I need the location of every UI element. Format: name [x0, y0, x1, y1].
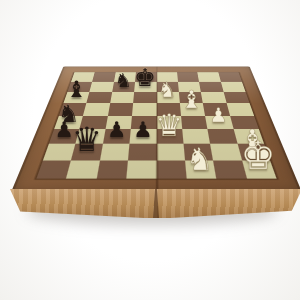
pieces-layer: ♞♚♝♞♟♟♟♛♞♝♟♛♝♞♚	[0, 0, 300, 300]
piece-white-pawn-g4[interactable]: ♟	[209, 106, 227, 126]
piece-white-queen-e3[interactable]: ♛	[155, 110, 183, 141]
piece-black-queen-b2[interactable]: ♛	[72, 124, 102, 158]
piece-black-pawn-c3[interactable]: ♟	[107, 119, 126, 141]
piece-white-knight-f1[interactable]: ♞	[186, 144, 214, 175]
piece-black-knight-c7[interactable]: ♞	[115, 71, 132, 90]
piece-white-knight-e6[interactable]: ♞	[158, 80, 177, 101]
product-photo: ♞♚♝♞♟♟♟♛♞♝♟♛♝♞♚	[0, 0, 300, 300]
piece-black-king-d7[interactable]: ♚	[134, 66, 156, 90]
piece-white-bishop-f5[interactable]: ♝	[181, 88, 203, 113]
piece-white-king-h1[interactable]: ♚	[241, 136, 276, 175]
piece-black-pawn-d3[interactable]: ♟	[133, 119, 152, 141]
piece-black-bishop-a6[interactable]: ♝	[66, 78, 87, 101]
